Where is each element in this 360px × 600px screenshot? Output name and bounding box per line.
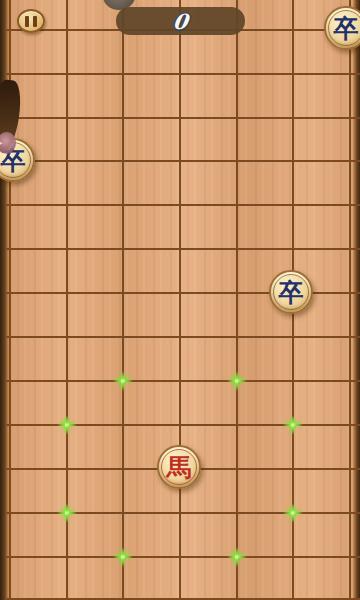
piece-black-pawn-3[interactable]: 卒 [269,270,313,314]
piece-glyph: 卒 [334,16,359,41]
game-screen: 卒卒卒馬 ✦ 0 [0,0,360,600]
pause-button[interactable] [17,9,45,33]
piece-black-pawn-1[interactable]: 卒 [324,6,360,50]
score-pill: 0 [116,7,245,35]
piece-glyph: 卒 [279,280,304,305]
piece-black-pawn-2[interactable]: 卒 [0,138,35,182]
piece-red-horse[interactable]: 馬 [157,445,201,489]
pause-icon [25,16,37,27]
piece-layer[interactable]: 卒卒卒馬 [0,0,360,600]
piece-glyph: 馬 [167,455,192,480]
piece-glyph: 卒 [1,148,26,173]
score-value: 0 [171,9,189,34]
